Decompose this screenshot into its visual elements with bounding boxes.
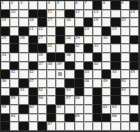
white-cell-7-5[interactable]: 35 xyxy=(38,53,47,62)
white-cell-7-12[interactable] xyxy=(102,53,111,62)
white-cell-11-5[interactable]: 52 xyxy=(38,88,47,97)
white-cell-7-3[interactable] xyxy=(19,53,28,62)
black-cell-14-12 xyxy=(102,114,111,123)
black-cell-12-15 xyxy=(130,96,139,105)
clue-number: 38 xyxy=(47,62,52,66)
white-cell-3-9[interactable] xyxy=(75,18,84,27)
black-cell-8-15 xyxy=(130,62,139,71)
clue-number: 59 xyxy=(2,105,7,109)
white-cell-14-5[interactable] xyxy=(38,114,47,123)
white-cell-3-11[interactable]: 19 xyxy=(93,18,102,27)
black-cell-8-2 xyxy=(10,62,19,71)
black-cell-11-9 xyxy=(75,88,84,97)
white-cell-5-3[interactable]: 26 xyxy=(19,36,28,45)
white-cell-7-14[interactable] xyxy=(121,53,130,62)
white-cell-8-1[interactable] xyxy=(1,62,10,71)
white-cell-8-7[interactable]: 39 xyxy=(56,62,65,71)
clue-number: 46 xyxy=(2,79,7,83)
white-cell-5-11[interactable] xyxy=(93,36,102,45)
clue-number: 20 xyxy=(121,18,126,22)
black-cell-9-12 xyxy=(102,70,111,79)
white-cell-5-8[interactable]: 28 xyxy=(65,36,74,45)
clue-number: 37 xyxy=(38,62,43,66)
white-cell-6-7[interactable] xyxy=(56,44,65,53)
white-cell-3-12[interactable] xyxy=(102,18,111,27)
white-cell-8-3[interactable] xyxy=(19,62,28,71)
black-cell-11-11 xyxy=(93,88,102,97)
clue-number: 44 xyxy=(112,70,117,74)
white-cell-10-5[interactable] xyxy=(38,79,47,88)
white-cell-8-9[interactable] xyxy=(75,62,84,71)
clue-number: 14 xyxy=(130,10,135,14)
white-cell-8-12[interactable] xyxy=(102,62,111,71)
white-cell-3-2[interactable] xyxy=(10,18,19,27)
white-cell-11-8[interactable]: 53 xyxy=(65,88,74,97)
black-cell-9-9 xyxy=(75,70,84,79)
black-cell-1-11 xyxy=(93,1,102,10)
clue-number: 29 xyxy=(75,36,80,40)
white-cell-8-14[interactable] xyxy=(121,62,130,71)
white-cell-14-3[interactable] xyxy=(19,114,28,123)
clue-number: 7 xyxy=(84,1,86,5)
white-cell-11-3[interactable]: 51 xyxy=(19,88,28,97)
clue-number: 27 xyxy=(38,36,43,40)
white-cell-14-4[interactable] xyxy=(29,114,38,123)
white-cell-13-14[interactable] xyxy=(121,105,130,114)
white-cell-3-3[interactable] xyxy=(19,18,28,27)
clue-number: 15 xyxy=(2,18,7,22)
clue-number: 28 xyxy=(66,36,71,40)
white-cell-1-3[interactable]: 3 xyxy=(19,1,28,10)
white-cell-3-8[interactable]: 18 xyxy=(65,18,74,27)
black-cell-14-11 xyxy=(93,114,102,123)
white-cell-7-10[interactable] xyxy=(84,53,93,62)
white-cell-8-11[interactable]: 40 xyxy=(93,62,102,71)
white-cell-4-5[interactable]: 22 xyxy=(38,27,47,36)
white-cell-10-15[interactable] xyxy=(130,79,139,88)
white-cell-2-13[interactable] xyxy=(111,10,120,19)
clue-number: 40 xyxy=(93,62,98,66)
white-cell-2-7[interactable] xyxy=(56,10,65,19)
black-cell-2-4 xyxy=(29,10,38,19)
pencil-mark xyxy=(58,72,62,76)
white-cell-9-6[interactable] xyxy=(47,70,56,79)
white-cell-7-9[interactable] xyxy=(75,53,84,62)
black-cell-3-5 xyxy=(38,18,47,27)
white-cell-5-14[interactable] xyxy=(121,36,130,45)
black-cell-5-15 xyxy=(130,36,139,45)
clue-number: 55 xyxy=(11,96,16,100)
white-cell-15-6[interactable]: 67 xyxy=(47,122,56,131)
white-cell-5-1[interactable]: 25 xyxy=(1,36,10,45)
clue-number: 57 xyxy=(66,96,71,100)
white-cell-10-11[interactable] xyxy=(93,79,102,88)
white-cell-10-10[interactable]: 48 xyxy=(84,79,93,88)
white-cell-4-10[interactable]: 23 xyxy=(84,27,93,36)
clue-number: 47 xyxy=(29,79,34,83)
white-cell-3-1[interactable]: 15 xyxy=(1,18,10,27)
white-cell-4-2[interactable] xyxy=(10,27,19,36)
white-cell-9-10[interactable]: 43 xyxy=(84,70,93,79)
white-cell-6-3[interactable] xyxy=(19,44,28,53)
white-cell-13-15[interactable] xyxy=(130,105,139,114)
white-cell-1-12[interactable]: 8 xyxy=(102,1,111,10)
white-cell-11-1[interactable] xyxy=(1,88,10,97)
white-cell-7-4[interactable] xyxy=(29,53,38,62)
black-cell-2-5 xyxy=(38,10,47,19)
black-cell-13-11 xyxy=(93,105,102,114)
black-cell-6-8 xyxy=(65,44,74,53)
clue-number: 3 xyxy=(20,1,22,5)
clue-number: 30 xyxy=(103,36,108,40)
white-cell-15-14[interactable] xyxy=(121,122,130,131)
clue-number: 10 xyxy=(11,10,16,14)
white-cell-9-13[interactable]: 44 xyxy=(111,70,120,79)
clue-number: 32 xyxy=(75,44,80,48)
black-cell-7-11 xyxy=(93,53,102,62)
white-cell-2-9[interactable]: 12 xyxy=(75,10,84,19)
white-cell-5-5[interactable]: 27 xyxy=(38,36,47,45)
clue-number: 63 xyxy=(112,105,117,109)
white-cell-3-7[interactable] xyxy=(56,18,65,27)
white-cell-13-8[interactable] xyxy=(65,105,74,114)
clue-number: 26 xyxy=(20,36,25,40)
black-cell-10-9 xyxy=(75,79,84,88)
white-cell-13-7[interactable]: 61 xyxy=(56,105,65,114)
white-cell-6-11[interactable]: 33 xyxy=(93,44,102,53)
black-cell-10-3 xyxy=(19,79,28,88)
black-cell-8-10 xyxy=(84,62,93,71)
clue-number: 19 xyxy=(93,18,98,22)
white-cell-6-12[interactable] xyxy=(102,44,111,53)
white-cell-1-9[interactable]: 6 xyxy=(75,1,84,10)
black-cell-5-4 xyxy=(29,36,38,45)
white-cell-10-4[interactable]: 47 xyxy=(29,79,38,88)
white-cell-2-14[interactable] xyxy=(121,10,130,19)
white-cell-6-13[interactable] xyxy=(111,44,120,53)
white-cell-10-7[interactable] xyxy=(56,79,65,88)
clue-number: 4 xyxy=(47,1,49,5)
black-cell-1-13 xyxy=(111,1,120,10)
white-cell-12-8[interactable]: 57 xyxy=(65,96,74,105)
black-cell-7-15 xyxy=(130,53,139,62)
white-cell-13-1[interactable]: 59 xyxy=(1,105,10,114)
clue-number: 34 xyxy=(2,53,7,57)
white-cell-7-8[interactable]: 36 xyxy=(65,53,74,62)
clue-number: 45 xyxy=(130,70,135,74)
white-cell-10-6[interactable] xyxy=(47,79,56,88)
white-cell-5-12[interactable]: 30 xyxy=(102,36,111,45)
white-cell-12-10[interactable] xyxy=(84,96,93,105)
clue-number: 23 xyxy=(84,27,89,31)
white-cell-7-2[interactable] xyxy=(10,53,19,62)
white-cell-7-1[interactable]: 34 xyxy=(1,53,10,62)
white-cell-9-4[interactable]: 42 xyxy=(29,70,38,79)
clue-number: 9 xyxy=(121,1,123,5)
white-cell-15-2[interactable] xyxy=(10,122,19,131)
clue-number: 65 xyxy=(75,114,80,118)
black-cell-15-5 xyxy=(38,122,47,131)
white-cell-1-4[interactable] xyxy=(29,1,38,10)
white-cell-1-6[interactable]: 4 xyxy=(47,1,56,10)
clue-number: 56 xyxy=(38,96,43,100)
black-cell-14-1 xyxy=(1,114,10,123)
white-cell-13-9[interactable] xyxy=(75,105,84,114)
white-cell-9-2[interactable]: 41 xyxy=(10,70,19,79)
black-cell-12-1 xyxy=(1,96,10,105)
clue-number: 16 xyxy=(29,18,34,22)
white-cell-2-2[interactable]: 10 xyxy=(10,10,19,19)
clue-number: 8 xyxy=(103,1,105,5)
black-cell-15-3 xyxy=(19,122,28,131)
clue-number: 5 xyxy=(57,1,59,5)
clue-number: 13 xyxy=(93,10,98,14)
white-cell-5-6[interactable] xyxy=(47,36,56,45)
black-cell-6-10 xyxy=(84,44,93,53)
white-cell-10-12[interactable]: 49 xyxy=(102,79,111,88)
white-cell-12-6[interactable] xyxy=(47,96,56,105)
black-cell-2-8 xyxy=(65,10,74,19)
white-cell-9-11[interactable] xyxy=(93,70,102,79)
black-cell-8-13 xyxy=(111,62,120,71)
white-cell-3-4[interactable]: 16 xyxy=(29,18,38,27)
black-cell-4-12 xyxy=(102,27,111,36)
white-cell-6-6[interactable]: 31 xyxy=(47,44,56,53)
black-cell-12-4 xyxy=(29,96,38,105)
black-cell-14-6 xyxy=(47,114,56,123)
clue-number: 43 xyxy=(84,70,89,74)
clue-number: 18 xyxy=(66,18,71,22)
white-cell-10-14[interactable]: 50 xyxy=(121,79,130,88)
white-cell-4-4[interactable]: 21 xyxy=(29,27,38,36)
white-cell-9-5[interactable] xyxy=(38,70,47,79)
white-cell-4-15[interactable] xyxy=(130,27,139,36)
white-cell-4-14[interactable] xyxy=(121,27,130,36)
clue-number: 42 xyxy=(29,70,34,74)
clue-number: 53 xyxy=(66,88,71,92)
black-cell-6-4 xyxy=(29,44,38,53)
white-cell-11-12[interactable] xyxy=(102,88,111,97)
white-cell-6-14[interactable] xyxy=(121,44,130,53)
white-cell-1-2[interactable]: 2 xyxy=(10,1,19,10)
white-cell-13-4[interactable]: 60 xyxy=(29,105,38,114)
white-cell-15-10[interactable] xyxy=(84,122,93,131)
clue-number: 36 xyxy=(66,53,71,57)
white-cell-1-14[interactable]: 9 xyxy=(121,1,130,10)
white-cell-1-1[interactable]: 1 xyxy=(1,1,10,10)
white-cell-1-7[interactable]: 5 xyxy=(56,1,65,10)
clue-number: 61 xyxy=(57,105,62,109)
black-cell-4-1 xyxy=(1,27,10,36)
white-cell-11-14[interactable]: 54 xyxy=(121,88,130,97)
white-cell-3-15[interactable] xyxy=(130,18,139,27)
white-cell-14-14[interactable] xyxy=(121,114,130,123)
clue-number: 54 xyxy=(121,88,126,92)
white-cell-15-7[interactable] xyxy=(56,122,65,131)
white-cell-9-8[interactable] xyxy=(65,70,74,79)
clue-number: 39 xyxy=(57,62,62,66)
black-cell-12-11 xyxy=(93,96,102,105)
white-cell-13-10[interactable] xyxy=(84,105,93,114)
black-cell-11-13 xyxy=(111,88,120,97)
white-cell-13-13[interactable]: 63 xyxy=(111,105,120,114)
white-cell-2-3[interactable] xyxy=(19,10,28,19)
black-cell-6-2 xyxy=(10,44,19,53)
white-cell-15-8[interactable] xyxy=(65,122,74,131)
clue-number: 1 xyxy=(2,1,4,5)
white-cell-1-8[interactable] xyxy=(65,1,74,10)
clue-number: 64 xyxy=(11,114,16,118)
white-cell-11-6[interactable] xyxy=(47,88,56,97)
clue-number: 66 xyxy=(112,114,117,118)
white-cell-14-9[interactable]: 65 xyxy=(75,114,84,123)
white-cell-12-3[interactable] xyxy=(19,96,28,105)
black-cell-6-5 xyxy=(38,44,47,53)
black-cell-11-4 xyxy=(29,88,38,97)
white-cell-9-7[interactable] xyxy=(56,70,65,79)
black-cell-14-15 xyxy=(130,114,139,123)
clue-number: 67 xyxy=(47,122,52,126)
black-cell-11-7 xyxy=(56,88,65,97)
clue-number: 62 xyxy=(103,105,108,109)
white-cell-6-9[interactable]: 32 xyxy=(75,44,84,53)
clue-number: 49 xyxy=(103,79,108,83)
clue-number: 33 xyxy=(93,44,98,48)
black-cell-7-13 xyxy=(111,53,120,62)
clue-number: 58 xyxy=(75,96,80,100)
clue-number: 22 xyxy=(38,27,43,31)
white-cell-11-15[interactable] xyxy=(130,88,139,97)
black-cell-13-6 xyxy=(47,105,56,114)
crossword-grid: 1234567891011121314151617181920212223242… xyxy=(0,0,140,132)
black-cell-11-2 xyxy=(10,88,19,97)
black-cell-4-9 xyxy=(75,27,84,36)
white-cell-13-5[interactable] xyxy=(38,105,47,114)
white-cell-14-10[interactable] xyxy=(84,114,93,123)
white-cell-1-5[interactable] xyxy=(38,1,47,10)
black-cell-7-7 xyxy=(56,53,65,62)
white-cell-6-15[interactable] xyxy=(130,44,139,53)
clue-number: 12 xyxy=(75,10,80,14)
black-cell-4-7 xyxy=(56,27,65,36)
white-cell-9-3[interactable] xyxy=(19,70,28,79)
clue-number: 25 xyxy=(2,36,7,40)
clue-number: 48 xyxy=(84,79,89,83)
black-cell-5-2 xyxy=(10,36,19,45)
white-cell-12-2[interactable]: 55 xyxy=(10,96,19,105)
clue-number: 41 xyxy=(11,70,16,74)
white-cell-13-2[interactable] xyxy=(10,105,19,114)
clue-number: 60 xyxy=(29,105,34,109)
white-cell-4-8[interactable] xyxy=(65,27,74,36)
black-cell-14-8 xyxy=(65,114,74,123)
black-cell-5-13 xyxy=(111,36,120,45)
white-cell-2-11[interactable]: 13 xyxy=(93,10,102,19)
clue-number: 24 xyxy=(112,27,117,31)
black-cell-3-10 xyxy=(84,18,93,27)
white-cell-2-6[interactable]: 11 xyxy=(47,10,56,19)
clue-number: 51 xyxy=(20,88,25,92)
white-cell-9-15[interactable]: 45 xyxy=(130,70,139,79)
white-cell-2-12[interactable] xyxy=(102,10,111,19)
white-cell-15-12[interactable] xyxy=(102,122,111,131)
clue-number: 52 xyxy=(38,88,43,92)
clue-number: 2 xyxy=(11,1,13,5)
black-cell-13-3 xyxy=(19,105,28,114)
black-cell-10-8 xyxy=(65,79,74,88)
white-cell-2-15[interactable]: 14 xyxy=(130,10,139,19)
white-cell-13-12[interactable]: 62 xyxy=(102,105,111,114)
white-cell-5-10[interactable] xyxy=(84,36,93,45)
white-cell-1-10[interactable]: 7 xyxy=(84,1,93,10)
black-cell-8-4 xyxy=(29,62,38,71)
black-cell-4-3 xyxy=(19,27,28,36)
black-cell-1-15 xyxy=(130,1,139,10)
white-cell-4-11[interactable] xyxy=(93,27,102,36)
white-cell-15-9[interactable] xyxy=(75,122,84,131)
clue-number: 31 xyxy=(47,44,52,48)
white-cell-4-6[interactable] xyxy=(47,27,56,36)
clue-number: 6 xyxy=(75,1,77,5)
black-cell-3-13 xyxy=(111,18,120,27)
black-cell-10-13 xyxy=(111,79,120,88)
white-cell-9-14[interactable] xyxy=(121,70,130,79)
white-cell-12-9[interactable]: 58 xyxy=(75,96,84,105)
white-cell-8-6[interactable]: 38 xyxy=(47,62,56,71)
white-cell-15-11[interactable] xyxy=(93,122,102,131)
clue-number: 50 xyxy=(121,79,126,83)
black-cell-15-1 xyxy=(1,122,10,131)
white-cell-10-2[interactable] xyxy=(10,79,19,88)
white-cell-2-10[interactable] xyxy=(84,10,93,19)
white-cell-10-1[interactable]: 46 xyxy=(1,79,10,88)
white-cell-15-4[interactable] xyxy=(29,122,38,131)
white-cell-12-14[interactable] xyxy=(121,96,130,105)
white-cell-3-6[interactable]: 17 xyxy=(47,18,56,27)
black-cell-7-6 xyxy=(47,53,56,62)
white-cell-4-13[interactable]: 24 xyxy=(111,27,120,36)
black-cell-9-1 xyxy=(1,70,10,79)
white-cell-12-5[interactable]: 56 xyxy=(38,96,47,105)
white-cell-11-10[interactable] xyxy=(84,88,93,97)
clue-number: 11 xyxy=(47,10,52,14)
black-cell-8-8 xyxy=(65,62,74,71)
clue-number: 21 xyxy=(29,27,34,31)
black-cell-5-7 xyxy=(56,36,65,45)
black-cell-12-7 xyxy=(56,96,65,105)
clue-number: 35 xyxy=(38,53,43,57)
white-cell-5-9[interactable]: 29 xyxy=(75,36,84,45)
white-cell-14-2[interactable]: 64 xyxy=(10,114,19,123)
white-cell-8-5[interactable]: 37 xyxy=(38,62,47,71)
white-cell-14-7[interactable] xyxy=(56,114,65,123)
black-cell-12-13 xyxy=(111,96,120,105)
clue-number: 17 xyxy=(47,18,52,22)
white-cell-15-15[interactable] xyxy=(130,122,139,131)
black-cell-2-1 xyxy=(1,10,10,19)
white-cell-15-13[interactable] xyxy=(111,122,120,131)
white-cell-3-14[interactable]: 20 xyxy=(121,18,130,27)
white-cell-12-12[interactable] xyxy=(102,96,111,105)
white-cell-6-1[interactable] xyxy=(1,44,10,53)
white-cell-14-13[interactable]: 66 xyxy=(111,114,120,123)
